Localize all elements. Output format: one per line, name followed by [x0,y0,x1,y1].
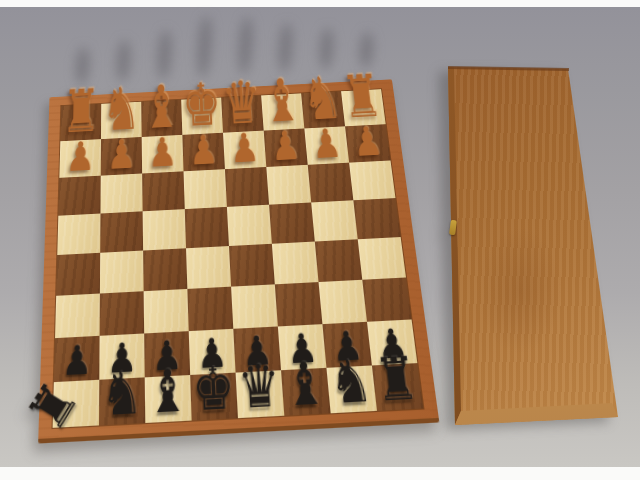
square-a3 [349,160,395,200]
black-bishop: ♝ [146,361,189,423]
square-f6 [144,289,189,334]
square-d3 [225,167,269,207]
square-d6 [231,284,278,328]
black-king: ♚ [192,359,236,421]
square-a6 [362,277,411,321]
square-e6 [187,287,233,331]
black-knight: ♞ [101,364,144,426]
black-pawn: ♟ [61,340,92,382]
square-b2: ♟ [304,126,349,164]
square-a5 [358,237,406,280]
black-rook: ♜ [372,350,421,411]
square-a2: ♟ [345,124,390,162]
white-pawn: ♟ [188,130,219,171]
square-e8: ♚ [190,373,238,421]
square-e5 [186,246,231,289]
square-g8: ♞ [99,377,145,425]
board-grid: ♜♞♝♚♛♝♞♜♟♟♟♟♟♟♟♟♟♟♟♟♟♟♟♟♜♞♝♚♛♝♞♜ [53,89,424,428]
photo-backdrop: ♜♞♝♚♛♝♞♜♟♟♟♟♟♟♟♟♟♟♟♟♟♟♟♟♜♞♝♚♛♝♞♜ [0,0,640,480]
white-pawn: ♟ [351,121,385,162]
square-d5 [229,244,275,287]
white-pawn: ♟ [269,125,301,166]
square-a8: ♜ [372,363,423,411]
square-g6 [100,291,145,336]
square-c6 [275,282,323,326]
white-pawn: ♟ [229,128,261,169]
square-h6 [55,294,100,339]
square-f8: ♝ [145,375,192,423]
square-b3 [308,163,354,203]
white-pawn: ♟ [148,132,178,173]
square-e4 [185,207,229,248]
square-c2: ♟ [264,128,308,167]
black-bishop: ♝ [282,354,329,415]
white-pawn: ♟ [310,123,343,164]
square-f4 [143,209,186,250]
square-c4 [269,202,315,243]
square-g3 [100,173,142,213]
wooden-storage-box [440,60,630,432]
square-g2: ♟ [101,137,142,176]
square-b8: ♞ [326,365,377,413]
black-knight: ♞ [327,352,375,413]
square-c3 [266,165,311,205]
square-c5 [272,242,319,285]
square-b6 [319,280,367,324]
square-d4 [227,205,272,246]
square-f3 [142,171,185,211]
square-h5 [56,253,100,296]
box-lid [440,60,630,432]
square-a4 [353,198,400,239]
square-d8: ♛ [236,370,285,418]
white-pawn: ♟ [107,134,136,175]
square-f5 [143,248,187,291]
square-h3 [58,176,100,216]
square-e3 [184,169,227,209]
square-b5 [315,239,362,282]
square-g4 [100,211,143,252]
square-e2: ♟ [182,133,225,172]
square-c8: ♝ [281,368,331,416]
square-h7: ♟ [54,336,100,382]
square-h8: ♜ [53,380,100,428]
white-pawn: ♟ [65,136,95,177]
square-d2: ♟ [223,131,266,170]
square-g5 [100,251,144,294]
square-h2: ♟ [59,139,101,178]
chess-board: ♜♞♝♚♛♝♞♜♟♟♟♟♟♟♟♟♟♟♟♟♟♟♟♟♜♞♝♚♛♝♞♜ [38,79,439,443]
square-h4 [57,214,100,256]
square-b4 [311,200,358,241]
black-queen: ♛ [237,357,283,418]
square-f2: ♟ [142,135,184,174]
